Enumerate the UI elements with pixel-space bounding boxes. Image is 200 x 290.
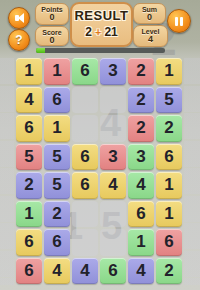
empty-cell (72, 201, 98, 228)
tile-Y1[interactable]: 1 (44, 115, 70, 142)
tile-Y6[interactable]: 6 (16, 115, 42, 142)
empty-cell (72, 87, 98, 114)
tile-R5[interactable]: 5 (16, 144, 42, 171)
tile-R6[interactable]: 6 (156, 229, 182, 256)
points-value: 0 (36, 13, 68, 22)
tile-Y6[interactable]: 6 (72, 172, 98, 199)
tile-G2[interactable]: 2 (156, 258, 182, 285)
score-value: 0 (36, 36, 68, 45)
tile-Y4[interactable]: 4 (100, 172, 126, 199)
tile-Y6[interactable]: 6 (128, 201, 154, 228)
speaker-icon (15, 13, 24, 23)
tile-G2[interactable]: 2 (156, 115, 182, 142)
tile-Y1[interactable]: 1 (156, 58, 182, 85)
tile-B5[interactable]: 5 (44, 172, 70, 199)
tile-B2[interactable]: 2 (44, 201, 70, 228)
tile-Y6[interactable]: 6 (16, 229, 42, 256)
tile-B6[interactable]: 6 (44, 229, 70, 256)
empty-cell (100, 201, 126, 228)
right-edge-slots (184, 57, 200, 285)
tile-Y6[interactable]: 6 (156, 144, 182, 171)
tile-R2[interactable]: 2 (128, 115, 154, 142)
game-screen: 2415 ? Points 0 Score 0 RESULT 2 + 21 Su… (0, 0, 200, 290)
tile-R6[interactable]: 6 (16, 258, 42, 285)
pause-button[interactable] (167, 9, 191, 33)
tile-B5[interactable]: 5 (156, 87, 182, 114)
points-badge: Points 0 (35, 3, 69, 25)
tile-R2[interactable]: 2 (128, 58, 154, 85)
tile-B3[interactable]: 3 (100, 58, 126, 85)
empty-cell (100, 115, 126, 142)
tile-B4[interactable]: 4 (128, 258, 154, 285)
tile-G1[interactable]: 1 (16, 201, 42, 228)
empty-cell (100, 87, 126, 114)
sound-button[interactable] (8, 7, 30, 29)
sum-value: 0 (134, 13, 165, 22)
result-badge: RESULT 2 + 21 (70, 2, 133, 47)
tile-Y1[interactable]: 1 (156, 172, 182, 199)
pause-icon (175, 17, 178, 26)
tile-Y4[interactable]: 4 (44, 258, 70, 285)
sum-badge: Sum 0 (133, 3, 166, 24)
level-progress-bar (36, 48, 165, 53)
left-edge-slots (0, 57, 14, 285)
tile-B2[interactable]: 2 (16, 172, 42, 199)
tile-G4[interactable]: 4 (128, 172, 154, 199)
question-icon: ? (15, 33, 22, 47)
tile-G3[interactable]: 3 (128, 144, 154, 171)
plus-icon: + (95, 27, 101, 38)
game-board: 1163214625612255633625644112616616644642 (15, 57, 183, 285)
tile-B2[interactable]: 2 (128, 87, 154, 114)
tile-R3[interactable]: 3 (100, 144, 126, 171)
result-label: RESULT (72, 8, 131, 23)
empty-cell (100, 229, 126, 256)
tile-G6[interactable]: 6 (100, 258, 126, 285)
tile-Y1[interactable]: 1 (156, 201, 182, 228)
score-badge: Score 0 (35, 26, 69, 46)
tile-Y4[interactable]: 4 (16, 87, 42, 114)
tile-B5[interactable]: 5 (44, 144, 70, 171)
level-value: 4 (134, 35, 167, 44)
tile-B6[interactable]: 6 (44, 87, 70, 114)
level-badge: Level 4 (133, 25, 168, 47)
tile-G1[interactable]: 1 (128, 229, 154, 256)
tile-B4[interactable]: 4 (72, 258, 98, 285)
help-button[interactable]: ? (8, 29, 30, 51)
empty-cell (72, 115, 98, 142)
tile-G6[interactable]: 6 (72, 58, 98, 85)
tile-Y6[interactable]: 6 (72, 144, 98, 171)
tile-R1[interactable]: 1 (44, 58, 70, 85)
progress-fill (36, 48, 45, 53)
empty-cell (72, 229, 98, 256)
tile-Y1[interactable]: 1 (16, 58, 42, 85)
result-value: 2 + 21 (72, 25, 131, 39)
